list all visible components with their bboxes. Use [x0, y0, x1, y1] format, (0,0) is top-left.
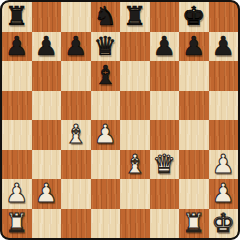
piece-black-rook[interactable]: ♜: [5, 2, 28, 32]
square-c1[interactable]: [61, 209, 91, 239]
square-f1[interactable]: [150, 209, 180, 239]
square-g6[interactable]: [179, 61, 209, 91]
square-e6[interactable]: [120, 61, 150, 91]
piece-white-rook[interactable]: ♜: [182, 209, 205, 239]
square-f2[interactable]: [150, 179, 180, 209]
square-c2[interactable]: [61, 179, 91, 209]
square-g2[interactable]: [179, 179, 209, 209]
square-g3[interactable]: [179, 150, 209, 180]
square-f5[interactable]: [150, 91, 180, 121]
square-b3[interactable]: [32, 150, 62, 180]
square-f6[interactable]: [150, 61, 180, 91]
piece-white-pawn[interactable]: ♟: [94, 120, 117, 150]
piece-white-bishop[interactable]: ♝: [123, 150, 146, 180]
piece-white-pawn[interactable]: ♟: [212, 179, 235, 209]
square-f7[interactable]: ♟: [150, 32, 180, 62]
square-h7[interactable]: ♟: [209, 32, 239, 62]
square-g8[interactable]: ♚: [179, 2, 209, 32]
square-e2[interactable]: [120, 179, 150, 209]
square-h6[interactable]: [209, 61, 239, 91]
square-c5[interactable]: [61, 91, 91, 121]
square-f3[interactable]: ♛: [150, 150, 180, 180]
square-d8[interactable]: ♞: [91, 2, 121, 32]
piece-white-rook[interactable]: ♜: [5, 209, 28, 239]
square-e7[interactable]: [120, 32, 150, 62]
piece-black-pawn[interactable]: ♟: [64, 32, 87, 62]
square-g1[interactable]: ♜: [179, 209, 209, 239]
square-d2[interactable]: [91, 179, 121, 209]
square-b6[interactable]: [32, 61, 62, 91]
piece-black-pawn[interactable]: ♟: [212, 32, 235, 62]
piece-black-pawn[interactable]: ♟: [182, 32, 205, 62]
square-e4[interactable]: [120, 120, 150, 150]
square-h5[interactable]: [209, 91, 239, 121]
square-b4[interactable]: [32, 120, 62, 150]
square-e8[interactable]: ♜: [120, 2, 150, 32]
square-a3[interactable]: [2, 150, 32, 180]
piece-black-rook[interactable]: ♜: [123, 2, 146, 32]
square-h3[interactable]: ♟: [209, 150, 239, 180]
square-a5[interactable]: [2, 91, 32, 121]
piece-black-pawn[interactable]: ♟: [153, 32, 176, 62]
square-f8[interactable]: [150, 2, 180, 32]
chessboard: ♜♞♜♚♟♟♟♛♟♟♟♝♝♟♝♛♟♟♟♟♜♜♚: [2, 2, 238, 238]
square-d7[interactable]: ♛: [91, 32, 121, 62]
square-h8[interactable]: [209, 2, 239, 32]
square-b8[interactable]: [32, 2, 62, 32]
square-d6[interactable]: ♝: [91, 61, 121, 91]
square-g5[interactable]: [179, 91, 209, 121]
square-b7[interactable]: ♟: [32, 32, 62, 62]
square-b1[interactable]: [32, 209, 62, 239]
piece-white-pawn[interactable]: ♟: [35, 179, 58, 209]
square-b5[interactable]: [32, 91, 62, 121]
square-h1[interactable]: ♚: [209, 209, 239, 239]
square-c6[interactable]: [61, 61, 91, 91]
chessboard-frame: ♜♞♜♚♟♟♟♛♟♟♟♝♝♟♝♛♟♟♟♟♜♜♚: [0, 0, 240, 240]
piece-white-queen[interactable]: ♛: [153, 150, 176, 180]
square-d1[interactable]: [91, 209, 121, 239]
square-h2[interactable]: ♟: [209, 179, 239, 209]
square-a2[interactable]: ♟: [2, 179, 32, 209]
square-d3[interactable]: [91, 150, 121, 180]
square-d4[interactable]: ♟: [91, 120, 121, 150]
square-d5[interactable]: [91, 91, 121, 121]
piece-black-king[interactable]: ♚: [182, 2, 205, 32]
piece-white-bishop[interactable]: ♝: [64, 120, 87, 150]
square-c8[interactable]: [61, 2, 91, 32]
square-e1[interactable]: [120, 209, 150, 239]
square-c4[interactable]: ♝: [61, 120, 91, 150]
square-a6[interactable]: [2, 61, 32, 91]
square-e3[interactable]: ♝: [120, 150, 150, 180]
piece-white-king[interactable]: ♚: [212, 209, 235, 239]
square-e5[interactable]: [120, 91, 150, 121]
square-a7[interactable]: ♟: [2, 32, 32, 62]
square-b2[interactable]: ♟: [32, 179, 62, 209]
piece-black-bishop[interactable]: ♝: [94, 61, 117, 91]
piece-black-pawn[interactable]: ♟: [35, 32, 58, 62]
square-a8[interactable]: ♜: [2, 2, 32, 32]
square-a4[interactable]: [2, 120, 32, 150]
square-a1[interactable]: ♜: [2, 209, 32, 239]
square-g7[interactable]: ♟: [179, 32, 209, 62]
square-h4[interactable]: [209, 120, 239, 150]
square-g4[interactable]: [179, 120, 209, 150]
piece-white-pawn[interactable]: ♟: [5, 179, 28, 209]
square-c7[interactable]: ♟: [61, 32, 91, 62]
square-c3[interactable]: [61, 150, 91, 180]
square-f4[interactable]: [150, 120, 180, 150]
piece-black-knight[interactable]: ♞: [94, 2, 117, 32]
piece-white-pawn[interactable]: ♟: [212, 150, 235, 180]
piece-black-queen[interactable]: ♛: [94, 32, 117, 62]
piece-black-pawn[interactable]: ♟: [5, 32, 28, 62]
